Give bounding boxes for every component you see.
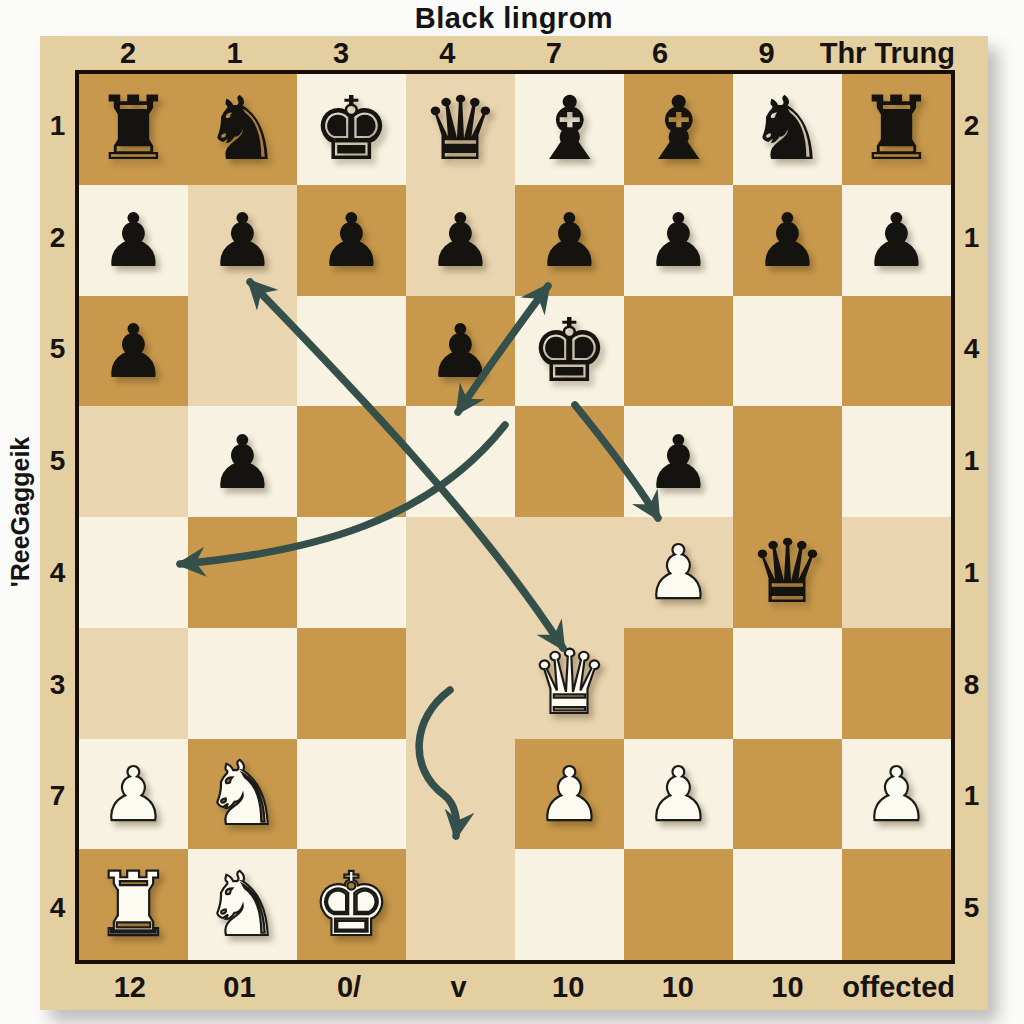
left-label-1: 2 bbox=[40, 182, 75, 294]
square-r3c6[interactable] bbox=[624, 296, 733, 407]
square-r3c5[interactable]: ♚ bbox=[515, 296, 624, 407]
bottom-label-0: 12 bbox=[75, 964, 185, 1010]
top-label-3: 4 bbox=[394, 36, 500, 70]
top-label-1: 1 bbox=[181, 36, 287, 70]
square-r4c7[interactable] bbox=[733, 406, 842, 517]
top-label-0: 2 bbox=[75, 36, 181, 70]
square-r4c3[interactable] bbox=[297, 406, 406, 517]
square-r2c2[interactable]: ♟ bbox=[188, 185, 297, 296]
black-knight[interactable]: ♞ bbox=[203, 85, 282, 173]
bottom-label-1: 01 bbox=[185, 964, 295, 1010]
black-pawn[interactable]: ♟ bbox=[645, 425, 711, 499]
white-queen[interactable]: ♛ bbox=[530, 639, 609, 727]
square-r7c4[interactable] bbox=[406, 739, 515, 850]
black-pawn[interactable]: ♟ bbox=[645, 203, 711, 277]
top-label-2: 3 bbox=[288, 36, 394, 70]
square-r3c8[interactable] bbox=[842, 296, 951, 407]
right-label-2: 4 bbox=[955, 294, 988, 406]
square-r6c2[interactable] bbox=[188, 628, 297, 739]
square-r7c3[interactable] bbox=[297, 739, 406, 850]
black-pawn[interactable]: ♟ bbox=[536, 203, 602, 277]
page-title: Black lingrom bbox=[40, 2, 988, 35]
right-label-0: 2 bbox=[955, 70, 988, 182]
square-r8c5[interactable] bbox=[515, 849, 624, 960]
top-label-5: 6 bbox=[607, 36, 713, 70]
left-label-5: 3 bbox=[40, 629, 75, 741]
white-rook[interactable]: ♜ bbox=[94, 861, 173, 949]
square-r2c3[interactable]: ♟ bbox=[297, 185, 406, 296]
left-label-2: 5 bbox=[40, 294, 75, 406]
square-r8c3[interactable]: ♚ bbox=[297, 849, 406, 960]
square-r8c1[interactable]: ♜ bbox=[79, 849, 188, 960]
square-r1c1[interactable]: ♜ bbox=[79, 74, 188, 185]
white-pawn[interactable]: ♟ bbox=[645, 535, 711, 609]
square-r1c3[interactable]: ♚ bbox=[297, 74, 406, 185]
bottom-coordinate-labels: 12010/v101010offected bbox=[75, 964, 955, 1010]
top-label-7: Thr Trung bbox=[820, 36, 955, 70]
square-r5c3[interactable] bbox=[297, 517, 406, 628]
white-king[interactable]: ♚ bbox=[312, 861, 391, 949]
square-r2c6[interactable]: ♟ bbox=[624, 185, 733, 296]
square-r5c1[interactable] bbox=[79, 517, 188, 628]
right-label-1: 1 bbox=[955, 182, 988, 294]
right-label-3: 1 bbox=[955, 405, 988, 517]
black-pawn[interactable]: ♟ bbox=[754, 203, 820, 277]
square-r7c7[interactable] bbox=[733, 739, 842, 850]
square-r2c1[interactable]: ♟ bbox=[79, 185, 188, 296]
square-r6c6[interactable] bbox=[624, 628, 733, 739]
square-r4c2[interactable]: ♟ bbox=[188, 406, 297, 517]
black-pawn[interactable]: ♟ bbox=[100, 314, 166, 388]
square-r1c7[interactable]: ♞ bbox=[733, 74, 842, 185]
square-r4c4[interactable] bbox=[406, 406, 515, 517]
black-bishop[interactable]: ♝ bbox=[639, 85, 718, 173]
square-r3c4[interactable]: ♟ bbox=[406, 296, 515, 407]
square-r3c3[interactable] bbox=[297, 296, 406, 407]
top-label-6: 9 bbox=[713, 36, 819, 70]
white-pawn[interactable]: ♟ bbox=[645, 757, 711, 831]
black-bishop[interactable]: ♝ bbox=[530, 85, 609, 173]
black-king[interactable]: ♚ bbox=[312, 85, 391, 173]
black-pawn[interactable]: ♟ bbox=[318, 203, 384, 277]
black-queen[interactable]: ♛ bbox=[748, 528, 827, 616]
square-r8c7[interactable] bbox=[733, 849, 842, 960]
square-r7c6[interactable]: ♟ bbox=[624, 739, 733, 850]
square-r2c4[interactable]: ♟ bbox=[406, 185, 515, 296]
bottom-label-3: v bbox=[404, 964, 514, 1010]
square-r6c8[interactable] bbox=[842, 628, 951, 739]
square-r5c7[interactable]: ♛ bbox=[733, 517, 842, 628]
square-r6c4[interactable] bbox=[406, 628, 515, 739]
top-coordinate-labels: 2134769Thr Trung bbox=[75, 36, 955, 70]
square-r3c2[interactable] bbox=[188, 296, 297, 407]
square-r4c5[interactable] bbox=[515, 406, 624, 517]
square-r1c6[interactable]: ♝ bbox=[624, 74, 733, 185]
square-r1c5[interactable]: ♝ bbox=[515, 74, 624, 185]
left-label-6: 7 bbox=[40, 741, 75, 853]
square-r4c6[interactable]: ♟ bbox=[624, 406, 733, 517]
black-pawn[interactable]: ♟ bbox=[209, 203, 275, 277]
square-r8c8[interactable] bbox=[842, 849, 951, 960]
white-knight[interactable]: ♞ bbox=[203, 861, 282, 949]
chess-board[interactable]: ♜♞♚♛♝♝♞♜♟♟♟♟♟♟♟♟♟♟♚♟♟♟♛♛♟♞♟♟♟♜♞♚ bbox=[75, 70, 955, 964]
chess-board-frame: 2134769Thr Trung 12010/v101010offected 1… bbox=[40, 36, 988, 1010]
bottom-label-5: 10 bbox=[623, 964, 733, 1010]
black-pawn[interactable]: ♟ bbox=[100, 203, 166, 277]
white-pawn[interactable]: ♟ bbox=[536, 757, 602, 831]
square-r8c2[interactable]: ♞ bbox=[188, 849, 297, 960]
black-pawn[interactable]: ♟ bbox=[427, 203, 493, 277]
white-knight[interactable]: ♞ bbox=[203, 750, 282, 838]
left-label-0: 1 bbox=[40, 70, 75, 182]
square-r5c2[interactable] bbox=[188, 517, 297, 628]
left-label-4: 4 bbox=[40, 517, 75, 629]
square-r1c8[interactable]: ♜ bbox=[842, 74, 951, 185]
right-label-5: 8 bbox=[955, 629, 988, 741]
right-label-6: 1 bbox=[955, 741, 988, 853]
square-r7c5[interactable]: ♟ bbox=[515, 739, 624, 850]
black-pawn[interactable]: ♟ bbox=[209, 425, 275, 499]
square-r5c4[interactable] bbox=[406, 517, 515, 628]
square-r5c5[interactable] bbox=[515, 517, 624, 628]
left-coordinate-labels: 12554374 bbox=[40, 70, 75, 964]
square-r4c1[interactable] bbox=[79, 406, 188, 517]
white-pawn[interactable]: ♟ bbox=[863, 757, 929, 831]
left-label-7: 4 bbox=[40, 852, 75, 964]
square-r7c8[interactable]: ♟ bbox=[842, 739, 951, 850]
square-r2c5[interactable]: ♟ bbox=[515, 185, 624, 296]
black-knight[interactable]: ♞ bbox=[748, 85, 827, 173]
black-rook[interactable]: ♜ bbox=[94, 85, 173, 173]
black-queen[interactable]: ♛ bbox=[421, 85, 500, 173]
right-label-4: 1 bbox=[955, 517, 988, 629]
black-king[interactable]: ♚ bbox=[530, 307, 609, 395]
square-r1c2[interactable]: ♞ bbox=[188, 74, 297, 185]
square-r2c7[interactable]: ♟ bbox=[733, 185, 842, 296]
black-pawn[interactable]: ♟ bbox=[863, 203, 929, 277]
square-r6c7[interactable] bbox=[733, 628, 842, 739]
square-r2c8[interactable]: ♟ bbox=[842, 185, 951, 296]
square-r6c5[interactable]: ♛ bbox=[515, 628, 624, 739]
square-r3c7[interactable] bbox=[733, 296, 842, 407]
bottom-label-6: 10 bbox=[733, 964, 843, 1010]
white-pawn[interactable]: ♟ bbox=[100, 757, 166, 831]
bottom-label-7: offected bbox=[842, 964, 955, 1010]
square-r4c8[interactable] bbox=[842, 406, 951, 517]
black-pawn[interactable]: ♟ bbox=[427, 314, 493, 388]
black-rook[interactable]: ♜ bbox=[857, 85, 936, 173]
square-r1c4[interactable]: ♛ bbox=[406, 74, 515, 185]
square-r5c6[interactable]: ♟ bbox=[624, 517, 733, 628]
square-r5c8[interactable] bbox=[842, 517, 951, 628]
square-r8c4[interactable] bbox=[406, 849, 515, 960]
square-r7c2[interactable]: ♞ bbox=[188, 739, 297, 850]
top-label-4: 7 bbox=[501, 36, 607, 70]
right-label-7: 5 bbox=[955, 852, 988, 964]
square-r6c3[interactable] bbox=[297, 628, 406, 739]
left-label-3: 5 bbox=[40, 405, 75, 517]
square-r8c6[interactable] bbox=[624, 849, 733, 960]
square-r3c1[interactable]: ♟ bbox=[79, 296, 188, 407]
bottom-label-4: 10 bbox=[513, 964, 623, 1010]
square-r7c1[interactable]: ♟ bbox=[79, 739, 188, 850]
square-r6c1[interactable] bbox=[79, 628, 188, 739]
right-coordinate-labels: 21411815 bbox=[955, 70, 988, 964]
bottom-label-2: 0/ bbox=[294, 964, 404, 1010]
side-caption: 'ReeGaggeik bbox=[6, 437, 35, 587]
